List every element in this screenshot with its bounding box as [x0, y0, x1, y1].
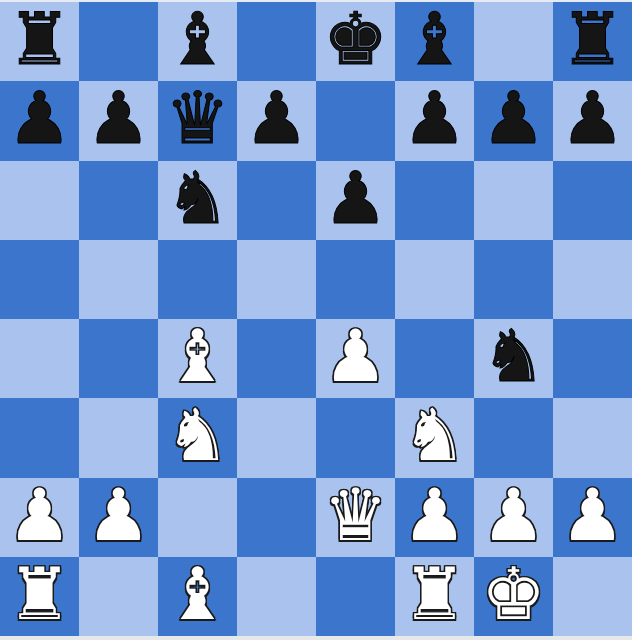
piece-white-knight[interactable]: ♞ [165, 396, 230, 475]
piece-black-knight[interactable]: ♞ [481, 317, 546, 396]
page: ♜♝♚♝♜♟♟♛♟♟♟♟♞♟♝♟♞♞♞♟♟♛♟♟♟♜♝♜♚ [0, 0, 632, 640]
square-c5[interactable] [158, 240, 237, 319]
page-bottom-edge [0, 636, 632, 640]
square-c8[interactable]: ♝ [158, 2, 237, 81]
square-c2[interactable] [158, 478, 237, 557]
square-d3[interactable] [237, 398, 316, 477]
square-e6[interactable]: ♟ [316, 161, 395, 240]
piece-black-rook[interactable]: ♜ [7, 0, 72, 79]
square-e8[interactable]: ♚ [316, 2, 395, 81]
square-g8[interactable] [474, 2, 553, 81]
square-e5[interactable] [316, 240, 395, 319]
square-b6[interactable] [79, 161, 158, 240]
square-b3[interactable] [79, 398, 158, 477]
piece-black-pawn[interactable]: ♟ [402, 79, 467, 158]
square-f1[interactable]: ♜ [395, 557, 474, 636]
square-c7[interactable]: ♛ [158, 81, 237, 160]
square-h3[interactable] [553, 398, 632, 477]
piece-black-rook[interactable]: ♜ [560, 0, 625, 79]
square-h8[interactable]: ♜ [553, 2, 632, 81]
square-g4[interactable]: ♞ [474, 319, 553, 398]
square-b8[interactable] [79, 2, 158, 81]
square-d7[interactable]: ♟ [237, 81, 316, 160]
square-a5[interactable] [0, 240, 79, 319]
square-g3[interactable] [474, 398, 553, 477]
square-c3[interactable]: ♞ [158, 398, 237, 477]
square-b4[interactable] [79, 319, 158, 398]
square-f6[interactable] [395, 161, 474, 240]
piece-white-pawn[interactable]: ♟ [7, 476, 72, 555]
square-b7[interactable]: ♟ [79, 81, 158, 160]
square-d4[interactable] [237, 319, 316, 398]
piece-black-king[interactable]: ♚ [323, 0, 388, 79]
square-d6[interactable] [237, 161, 316, 240]
piece-black-pawn[interactable]: ♟ [7, 79, 72, 158]
square-a4[interactable] [0, 319, 79, 398]
piece-white-pawn[interactable]: ♟ [86, 476, 151, 555]
square-c4[interactable]: ♝ [158, 319, 237, 398]
piece-white-pawn[interactable]: ♟ [402, 476, 467, 555]
square-e7[interactable] [316, 81, 395, 160]
square-g7[interactable]: ♟ [474, 81, 553, 160]
square-e4[interactable]: ♟ [316, 319, 395, 398]
piece-white-rook[interactable]: ♜ [402, 555, 467, 634]
square-h6[interactable] [553, 161, 632, 240]
piece-black-pawn[interactable]: ♟ [560, 79, 625, 158]
square-a2[interactable]: ♟ [0, 478, 79, 557]
square-f7[interactable]: ♟ [395, 81, 474, 160]
square-d5[interactable] [237, 240, 316, 319]
square-e3[interactable] [316, 398, 395, 477]
piece-black-knight[interactable]: ♞ [165, 159, 230, 238]
square-f3[interactable]: ♞ [395, 398, 474, 477]
piece-white-pawn[interactable]: ♟ [560, 476, 625, 555]
piece-white-king[interactable]: ♚ [481, 555, 546, 634]
piece-black-pawn[interactable]: ♟ [244, 79, 309, 158]
square-a3[interactable] [0, 398, 79, 477]
square-h7[interactable]: ♟ [553, 81, 632, 160]
piece-black-pawn[interactable]: ♟ [86, 79, 151, 158]
square-b1[interactable] [79, 557, 158, 636]
piece-white-pawn[interactable]: ♟ [323, 317, 388, 396]
square-g2[interactable]: ♟ [474, 478, 553, 557]
square-g5[interactable] [474, 240, 553, 319]
square-d2[interactable] [237, 478, 316, 557]
square-e2[interactable]: ♛ [316, 478, 395, 557]
square-g1[interactable]: ♚ [474, 557, 553, 636]
piece-white-knight[interactable]: ♞ [402, 396, 467, 475]
piece-black-queen[interactable]: ♛ [165, 79, 230, 158]
square-g6[interactable] [474, 161, 553, 240]
square-a1[interactable]: ♜ [0, 557, 79, 636]
square-f5[interactable] [395, 240, 474, 319]
square-c1[interactable]: ♝ [158, 557, 237, 636]
piece-white-rook[interactable]: ♜ [7, 555, 72, 634]
piece-black-bishop[interactable]: ♝ [402, 0, 467, 79]
piece-black-pawn[interactable]: ♟ [481, 79, 546, 158]
square-d1[interactable] [237, 557, 316, 636]
square-a8[interactable]: ♜ [0, 2, 79, 81]
square-c6[interactable]: ♞ [158, 161, 237, 240]
piece-black-bishop[interactable]: ♝ [165, 0, 230, 79]
piece-white-queen[interactable]: ♛ [323, 476, 388, 555]
square-b5[interactable] [79, 240, 158, 319]
square-h4[interactable] [553, 319, 632, 398]
piece-black-pawn[interactable]: ♟ [323, 159, 388, 238]
piece-white-bishop[interactable]: ♝ [165, 317, 230, 396]
square-a6[interactable] [0, 161, 79, 240]
square-h2[interactable]: ♟ [553, 478, 632, 557]
square-d8[interactable] [237, 2, 316, 81]
piece-white-pawn[interactable]: ♟ [481, 476, 546, 555]
piece-white-bishop[interactable]: ♝ [165, 555, 230, 634]
square-a7[interactable]: ♟ [0, 81, 79, 160]
square-f2[interactable]: ♟ [395, 478, 474, 557]
square-e1[interactable] [316, 557, 395, 636]
square-b2[interactable]: ♟ [79, 478, 158, 557]
square-h5[interactable] [553, 240, 632, 319]
square-f8[interactable]: ♝ [395, 2, 474, 81]
square-f4[interactable] [395, 319, 474, 398]
square-h1[interactable] [553, 557, 632, 636]
chess-board: ♜♝♚♝♜♟♟♛♟♟♟♟♞♟♝♟♞♞♞♟♟♛♟♟♟♜♝♜♚ [0, 2, 632, 636]
